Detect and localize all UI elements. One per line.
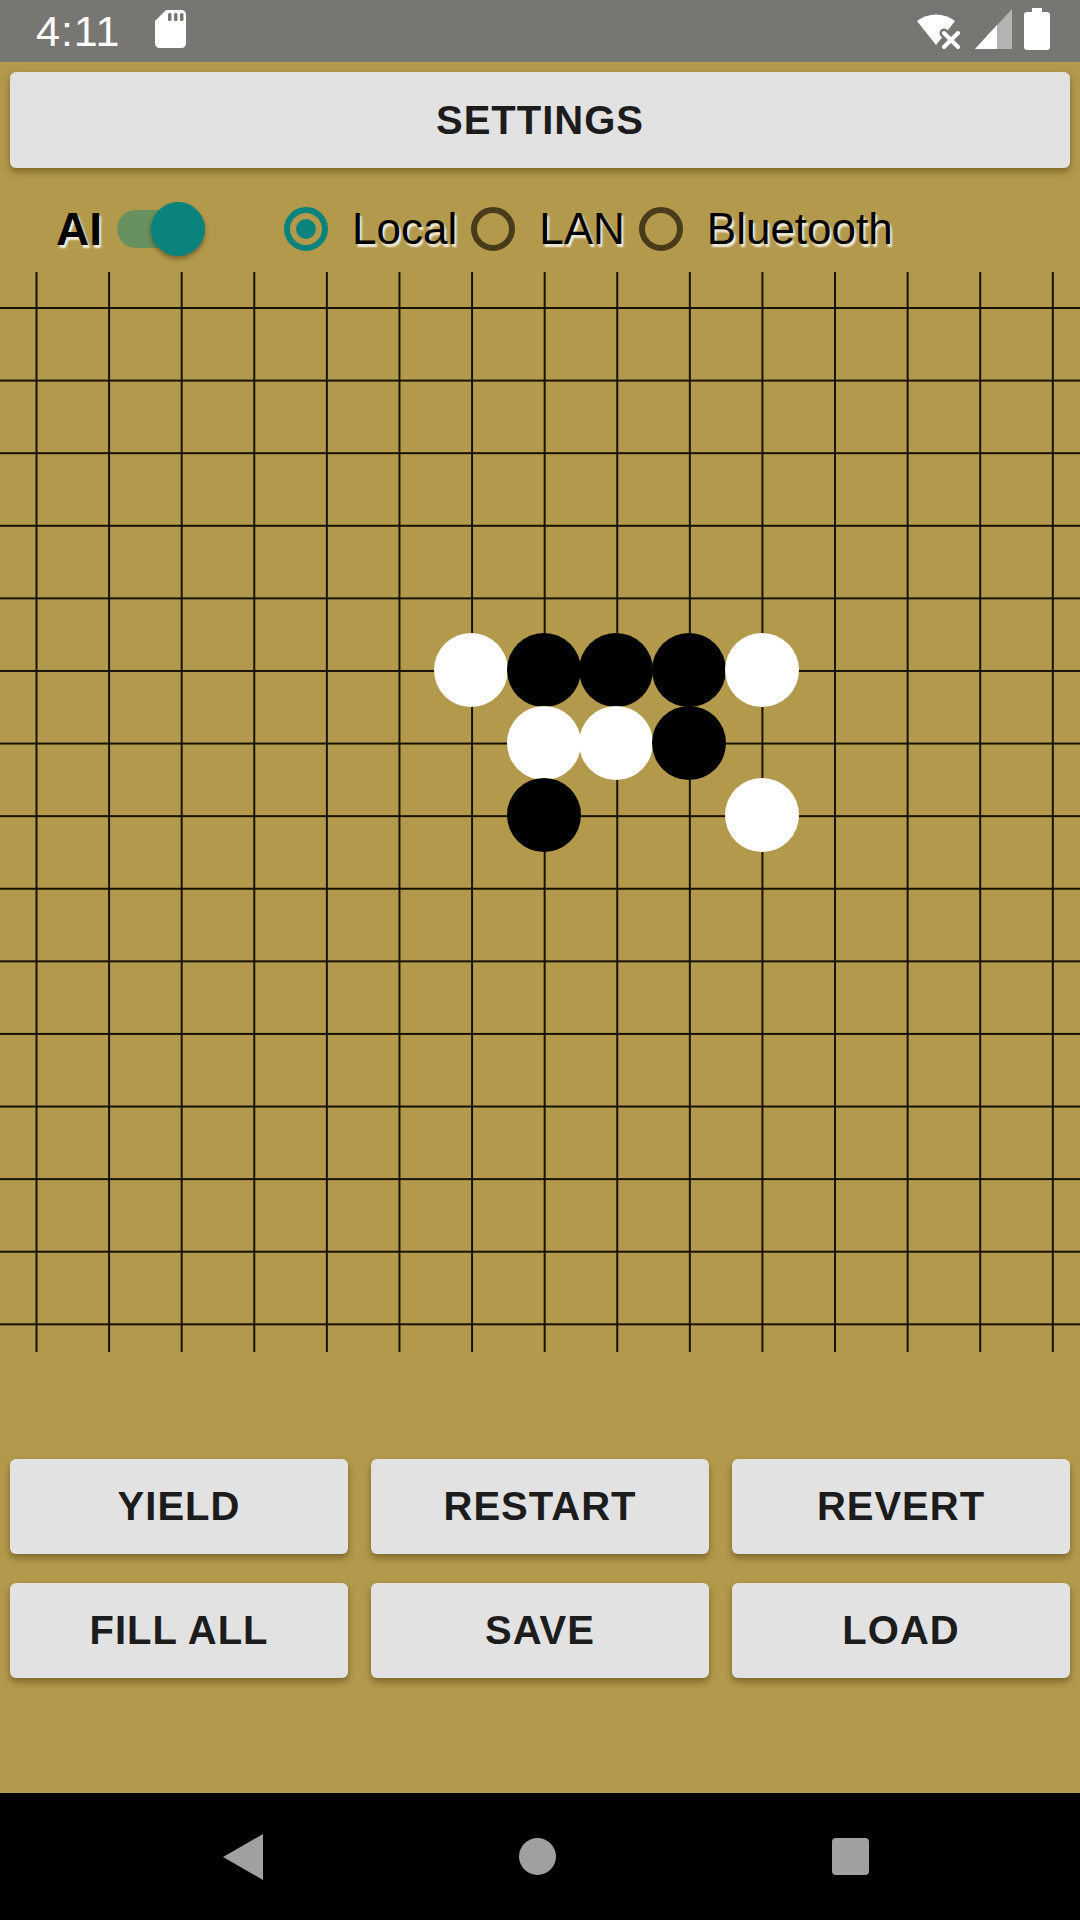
ai-toggle-switch[interactable] [117, 201, 205, 257]
restart-button[interactable]: RESTART [371, 1459, 709, 1554]
save-button[interactable]: SAVE [371, 1583, 709, 1678]
load-button[interactable]: LOAD [732, 1583, 1070, 1678]
radio-lan-label: LAN [539, 204, 625, 254]
white-stone[interactable] [507, 706, 581, 780]
radio-lan-ring [471, 207, 515, 251]
action-row-2: FILL ALL SAVE LOAD [10, 1583, 1070, 1678]
black-stone[interactable] [579, 633, 653, 707]
action-row-1: YIELD RESTART REVERT [10, 1459, 1070, 1554]
cell-signal-icon [975, 9, 1012, 53]
black-stone[interactable] [652, 706, 726, 780]
yield-button[interactable]: YIELD [10, 1459, 348, 1554]
radio-local-ring [284, 207, 328, 251]
fill-all-button[interactable]: FILL ALL [10, 1583, 348, 1678]
battery-icon [1024, 8, 1050, 54]
radio-bluetooth-label: Bluetooth [707, 204, 893, 254]
app-screen: 4:11 [0, 0, 1080, 1920]
radio-local-label: Local [352, 204, 457, 254]
radio-bluetooth-ring [639, 207, 683, 251]
white-stone[interactable] [725, 778, 799, 852]
white-stone[interactable] [434, 633, 508, 707]
sd-card-icon [155, 10, 186, 52]
navigation-bar [0, 1793, 1080, 1920]
settings-button[interactable]: SETTINGS [10, 72, 1070, 168]
back-icon[interactable] [223, 1834, 263, 1880]
radio-bluetooth[interactable]: Bluetooth [639, 204, 893, 254]
board[interactable] [0, 272, 1080, 1352]
status-bar: 4:11 [0, 0, 1080, 62]
revert-button[interactable]: REVERT [732, 1459, 1070, 1554]
toggle-thumb [151, 202, 205, 256]
white-stone[interactable] [725, 633, 799, 707]
controls-row: AI Local LAN Bluetooth [0, 198, 1080, 260]
wifi-off-icon [917, 9, 963, 53]
black-stone[interactable] [652, 633, 726, 707]
ai-label: AI [56, 202, 102, 256]
radio-lan[interactable]: LAN [471, 204, 625, 254]
radio-local[interactable]: Local [284, 204, 457, 254]
recents-icon[interactable] [832, 1838, 869, 1875]
connection-radio-group: Local LAN Bluetooth [284, 198, 893, 260]
home-icon[interactable] [519, 1838, 556, 1875]
white-stone[interactable] [579, 706, 653, 780]
clock-text: 4:11 [36, 7, 121, 56]
black-stone[interactable] [507, 633, 581, 707]
black-stone[interactable] [507, 778, 581, 852]
